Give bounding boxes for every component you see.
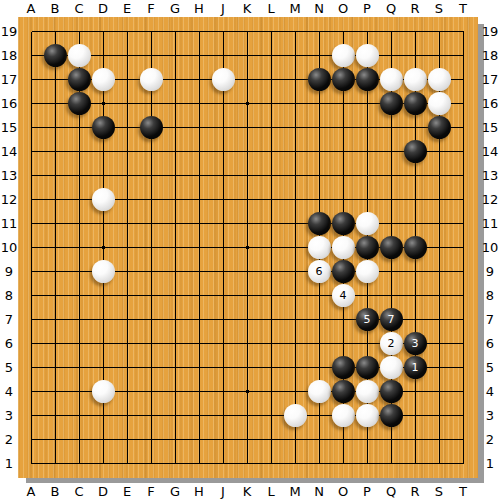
coord-label-top-N: N bbox=[314, 2, 324, 15]
coord-label-left-17: 17 bbox=[1, 73, 18, 86]
coord-label-bottom-H: H bbox=[194, 485, 204, 498]
black-stone-Q4 bbox=[380, 380, 403, 403]
coord-label-bottom-T: T bbox=[459, 485, 467, 498]
black-stone-O17 bbox=[332, 68, 355, 91]
coord-label-right-3: 3 bbox=[486, 409, 494, 422]
coord-label-bottom-J: J bbox=[221, 485, 225, 498]
white-stone-O8: 4 bbox=[332, 284, 355, 307]
black-stone-R6: 3 bbox=[404, 332, 427, 355]
white-stone-F17 bbox=[140, 68, 163, 91]
move-number-label: 4 bbox=[340, 290, 347, 301]
coord-label-right-16: 16 bbox=[482, 97, 499, 110]
white-stone-S16 bbox=[428, 92, 451, 115]
coord-label-right-10: 10 bbox=[482, 241, 499, 254]
coord-label-right-11: 11 bbox=[482, 217, 499, 230]
black-stone-P10 bbox=[356, 236, 379, 259]
black-stone-S15 bbox=[428, 116, 451, 139]
black-stone-P5 bbox=[356, 356, 379, 379]
coord-label-left-11: 11 bbox=[1, 217, 18, 230]
white-stone-O3 bbox=[332, 404, 355, 427]
coord-label-right-8: 8 bbox=[486, 289, 494, 302]
coord-label-bottom-A: A bbox=[27, 485, 36, 498]
coord-label-top-P: P bbox=[363, 2, 371, 15]
white-stone-Q6: 2 bbox=[380, 332, 403, 355]
coord-label-top-B: B bbox=[51, 2, 60, 15]
coord-label-top-A: A bbox=[27, 2, 36, 15]
white-stone-N4 bbox=[308, 380, 331, 403]
black-stone-R14 bbox=[404, 140, 427, 163]
stone-grid[interactable]: 6457231 bbox=[19, 19, 475, 475]
coord-label-left-5: 5 bbox=[5, 361, 13, 374]
coord-label-left-14: 14 bbox=[1, 145, 18, 158]
coord-label-left-8: 8 bbox=[5, 289, 13, 302]
coord-label-right-4: 4 bbox=[486, 385, 494, 398]
coord-label-top-J: J bbox=[221, 2, 225, 15]
coord-label-left-15: 15 bbox=[1, 121, 18, 134]
black-stone-O4 bbox=[332, 380, 355, 403]
coord-label-right-19: 19 bbox=[482, 25, 499, 38]
white-stone-Q5 bbox=[380, 356, 403, 379]
coord-label-top-G: G bbox=[170, 2, 180, 15]
coord-label-bottom-D: D bbox=[98, 485, 108, 498]
coord-label-bottom-F: F bbox=[147, 485, 154, 498]
black-stone-O5 bbox=[332, 356, 355, 379]
coord-label-bottom-B: B bbox=[51, 485, 60, 498]
coord-label-bottom-E: E bbox=[123, 485, 131, 498]
black-stone-D15 bbox=[92, 116, 115, 139]
coord-label-right-12: 12 bbox=[482, 193, 499, 206]
coord-label-top-Q: Q bbox=[386, 2, 396, 15]
coord-label-right-2: 2 bbox=[486, 433, 494, 446]
black-stone-F15 bbox=[140, 116, 163, 139]
coord-label-top-C: C bbox=[74, 2, 83, 15]
coord-label-bottom-Q: Q bbox=[386, 485, 396, 498]
go-diagram: 6457231 AABBCCDDEEFFGGHHJJKKLLMMNNOOPPQQ… bbox=[0, 0, 500, 500]
black-stone-P7: 5 bbox=[356, 308, 379, 331]
coord-label-right-6: 6 bbox=[486, 337, 494, 350]
coord-label-top-M: M bbox=[289, 2, 300, 15]
black-stone-P17 bbox=[356, 68, 379, 91]
black-stone-Q16 bbox=[380, 92, 403, 115]
black-stone-C16 bbox=[68, 92, 91, 115]
coord-label-left-10: 10 bbox=[1, 241, 18, 254]
coord-label-left-9: 9 bbox=[5, 265, 13, 278]
white-stone-O10 bbox=[332, 236, 355, 259]
coord-label-bottom-L: L bbox=[267, 485, 274, 498]
coord-label-top-D: D bbox=[98, 2, 108, 15]
coord-label-right-1: 1 bbox=[486, 457, 494, 470]
coord-label-right-14: 14 bbox=[482, 145, 499, 158]
coord-label-left-4: 4 bbox=[5, 385, 13, 398]
coord-label-bottom-M: M bbox=[289, 485, 300, 498]
coord-label-right-18: 18 bbox=[482, 49, 499, 62]
black-stone-R10 bbox=[404, 236, 427, 259]
coord-label-right-9: 9 bbox=[486, 265, 494, 278]
black-stone-Q7: 7 bbox=[380, 308, 403, 331]
coord-label-top-R: R bbox=[410, 2, 419, 15]
coord-label-top-O: O bbox=[338, 2, 348, 15]
coord-label-left-1: 1 bbox=[5, 457, 13, 470]
white-stone-M3 bbox=[284, 404, 307, 427]
coord-label-right-13: 13 bbox=[482, 169, 499, 182]
coord-label-bottom-O: O bbox=[338, 485, 348, 498]
coord-label-left-19: 19 bbox=[1, 25, 18, 38]
white-stone-O18 bbox=[332, 44, 355, 67]
coord-label-bottom-R: R bbox=[410, 485, 419, 498]
black-stone-Q3 bbox=[380, 404, 403, 427]
white-stone-P3 bbox=[356, 404, 379, 427]
white-stone-N9: 6 bbox=[308, 260, 331, 283]
move-number-label: 3 bbox=[412, 338, 419, 349]
black-stone-O11 bbox=[332, 212, 355, 235]
white-stone-C18 bbox=[68, 44, 91, 67]
coord-label-left-7: 7 bbox=[5, 313, 13, 326]
black-stone-R16 bbox=[404, 92, 427, 115]
white-stone-D12 bbox=[92, 188, 115, 211]
white-stone-R17 bbox=[404, 68, 427, 91]
white-stone-S17 bbox=[428, 68, 451, 91]
move-number-label: 1 bbox=[412, 362, 419, 373]
move-number-label: 7 bbox=[388, 314, 395, 325]
white-stone-J17 bbox=[212, 68, 235, 91]
coord-label-top-S: S bbox=[435, 2, 443, 15]
coord-label-right-15: 15 bbox=[482, 121, 499, 134]
coord-label-bottom-P: P bbox=[363, 485, 371, 498]
white-stone-P11 bbox=[356, 212, 379, 235]
coord-label-bottom-N: N bbox=[314, 485, 324, 498]
black-stone-R5: 1 bbox=[404, 356, 427, 379]
coord-label-bottom-S: S bbox=[435, 485, 443, 498]
black-stone-N17 bbox=[308, 68, 331, 91]
coord-label-left-18: 18 bbox=[1, 49, 18, 62]
coord-label-left-2: 2 bbox=[5, 433, 13, 446]
black-stone-O9 bbox=[332, 260, 355, 283]
coord-label-left-16: 16 bbox=[1, 97, 18, 110]
white-stone-Q17 bbox=[380, 68, 403, 91]
coord-label-bottom-G: G bbox=[170, 485, 180, 498]
black-stone-Q10 bbox=[380, 236, 403, 259]
coord-label-top-F: F bbox=[147, 2, 154, 15]
coord-label-right-17: 17 bbox=[482, 73, 499, 86]
coord-label-top-K: K bbox=[243, 2, 252, 15]
coord-label-right-7: 7 bbox=[486, 313, 494, 326]
black-stone-B18 bbox=[44, 44, 67, 67]
black-stone-C17 bbox=[68, 68, 91, 91]
coord-label-top-E: E bbox=[123, 2, 131, 15]
coord-label-right-5: 5 bbox=[486, 361, 494, 374]
move-number-label: 5 bbox=[364, 314, 371, 325]
go-board[interactable]: 6457231 bbox=[18, 17, 478, 478]
white-stone-P18 bbox=[356, 44, 379, 67]
white-stone-D9 bbox=[92, 260, 115, 283]
white-stone-D17 bbox=[92, 68, 115, 91]
coord-label-left-12: 12 bbox=[1, 193, 18, 206]
coord-label-left-13: 13 bbox=[1, 169, 18, 182]
coord-label-left-6: 6 bbox=[5, 337, 13, 350]
move-number-label: 6 bbox=[316, 266, 323, 277]
coord-label-bottom-C: C bbox=[74, 485, 83, 498]
coord-label-top-T: T bbox=[459, 2, 467, 15]
coord-label-left-3: 3 bbox=[5, 409, 13, 422]
white-stone-P4 bbox=[356, 380, 379, 403]
white-stone-D4 bbox=[92, 380, 115, 403]
black-stone-N11 bbox=[308, 212, 331, 235]
white-stone-N10 bbox=[308, 236, 331, 259]
white-stone-P9 bbox=[356, 260, 379, 283]
coord-label-top-L: L bbox=[267, 2, 274, 15]
move-number-label: 2 bbox=[388, 338, 395, 349]
coord-label-bottom-K: K bbox=[243, 485, 252, 498]
coord-label-top-H: H bbox=[194, 2, 204, 15]
